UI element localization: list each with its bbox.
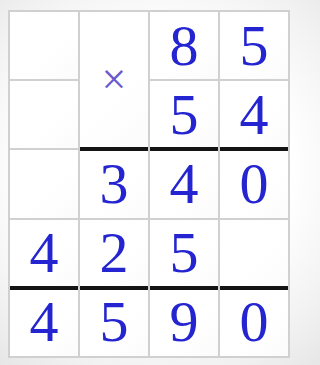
cell-r5c1-product: 4 xyxy=(10,289,78,356)
cell-r3c2-partial1: 3 xyxy=(80,150,148,217)
cell-r2c1 xyxy=(10,81,78,148)
cell-r5c2-product: 5 xyxy=(80,289,148,356)
cell-r5c3-product: 9 xyxy=(150,289,218,356)
multiplication-grid: × 8 5 5 4 3 4 0 4 2 5 4 5 9 0 xyxy=(8,10,290,358)
cell-r4c4 xyxy=(220,220,288,287)
cell-r1c1 xyxy=(10,12,78,79)
cell-r1c4-multiplicand-ones: 5 xyxy=(220,12,288,79)
cell-r3c3-partial1: 4 xyxy=(150,150,218,217)
cell-r1c3-multiplicand-tens: 8 xyxy=(150,12,218,79)
cell-r2c4-multiplier-ones: 4 xyxy=(220,81,288,148)
multiply-operator: × xyxy=(80,12,148,148)
cell-r2c3-multiplier-tens: 5 xyxy=(150,81,218,148)
cell-r4c1-partial2: 4 xyxy=(10,220,78,287)
cell-r3c4-partial1: 0 xyxy=(220,150,288,217)
cell-r5c4-product: 0 xyxy=(220,289,288,356)
cell-r3c1 xyxy=(10,150,78,217)
cell-r4c3-partial2: 5 xyxy=(150,220,218,287)
cell-r4c2-partial2: 2 xyxy=(80,220,148,287)
